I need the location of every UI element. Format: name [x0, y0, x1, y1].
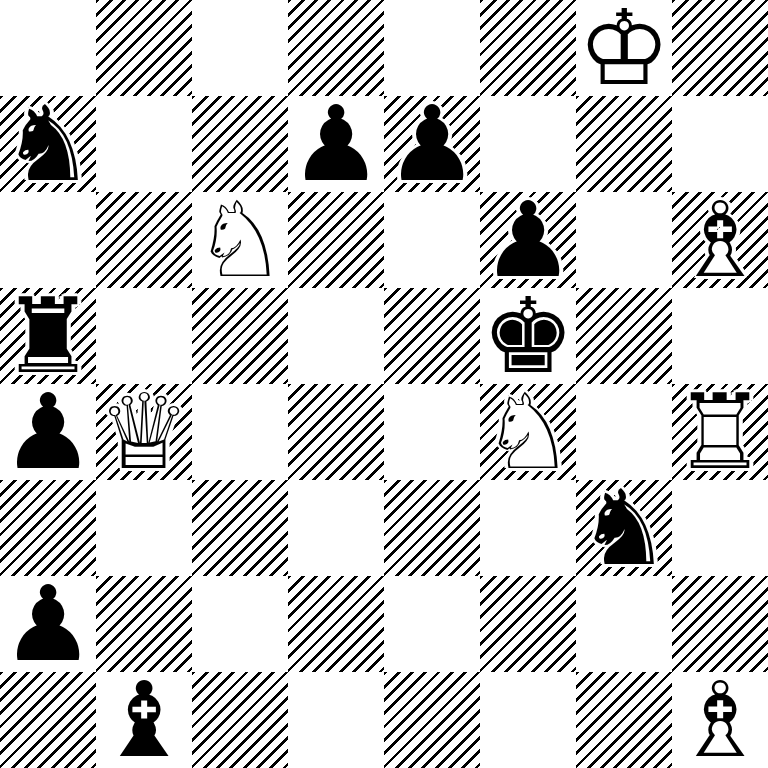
- white-king-halo: ♚: [576, 0, 672, 96]
- square-d3[interactable]: [288, 480, 384, 576]
- square-c6[interactable]: ♞♘: [192, 192, 288, 288]
- square-e7[interactable]: ♟♟: [384, 96, 480, 192]
- square-e1[interactable]: [384, 672, 480, 768]
- square-f7[interactable]: [480, 96, 576, 192]
- black-knight-icon: ♞: [0, 96, 96, 192]
- black-pawn-halo: ♟: [288, 96, 384, 192]
- square-f4[interactable]: ♞♘: [480, 384, 576, 480]
- black-pawn-icon: ♟: [0, 384, 96, 480]
- square-c5[interactable]: [192, 288, 288, 384]
- black-pawn-halo: ♟: [0, 576, 96, 672]
- black-pawn-icon: ♟: [384, 96, 480, 192]
- black-pawn-icon: ♟: [288, 96, 384, 192]
- white-bishop-halo: ♝: [672, 192, 768, 288]
- black-bishop-halo: ♝: [96, 672, 192, 768]
- black-knight-halo: ♞: [0, 96, 96, 192]
- square-a7[interactable]: ♞♞: [0, 96, 96, 192]
- square-g5[interactable]: [576, 288, 672, 384]
- square-c1[interactable]: [192, 672, 288, 768]
- square-f1[interactable]: [480, 672, 576, 768]
- square-c4[interactable]: [192, 384, 288, 480]
- black-knight-halo: ♞: [576, 480, 672, 576]
- square-c8[interactable]: [192, 0, 288, 96]
- square-h4[interactable]: ♜♖: [672, 384, 768, 480]
- square-b5[interactable]: [96, 288, 192, 384]
- black-king-halo: ♚: [480, 288, 576, 384]
- square-d7[interactable]: ♟♟: [288, 96, 384, 192]
- square-h1[interactable]: ♝♗: [672, 672, 768, 768]
- square-e3[interactable]: [384, 480, 480, 576]
- square-e6[interactable]: [384, 192, 480, 288]
- black-bishop-icon: ♝: [96, 672, 192, 768]
- square-f8[interactable]: [480, 0, 576, 96]
- square-c2[interactable]: [192, 576, 288, 672]
- square-f2[interactable]: [480, 576, 576, 672]
- white-knight-icon: ♘: [480, 384, 576, 480]
- white-knight-icon: ♘: [192, 192, 288, 288]
- white-knight-halo: ♞: [192, 192, 288, 288]
- black-rook-icon: ♜: [0, 288, 96, 384]
- square-a8[interactable]: [0, 0, 96, 96]
- square-c3[interactable]: [192, 480, 288, 576]
- black-pawn-icon: ♟: [480, 192, 576, 288]
- square-a4[interactable]: ♟♟: [0, 384, 96, 480]
- square-h5[interactable]: [672, 288, 768, 384]
- square-d6[interactable]: [288, 192, 384, 288]
- black-pawn-icon: ♟: [0, 576, 96, 672]
- square-g7[interactable]: [576, 96, 672, 192]
- square-e2[interactable]: [384, 576, 480, 672]
- white-bishop-icon: ♗: [672, 192, 768, 288]
- black-pawn-halo: ♟: [0, 384, 96, 480]
- square-h8[interactable]: [672, 0, 768, 96]
- white-knight-halo: ♞: [480, 384, 576, 480]
- white-rook-icon: ♖: [672, 384, 768, 480]
- square-a3[interactable]: [0, 480, 96, 576]
- square-h3[interactable]: [672, 480, 768, 576]
- square-g8[interactable]: ♚♔: [576, 0, 672, 96]
- square-d4[interactable]: [288, 384, 384, 480]
- square-f5[interactable]: ♚♚: [480, 288, 576, 384]
- square-e4[interactable]: [384, 384, 480, 480]
- square-a1[interactable]: [0, 672, 96, 768]
- square-b8[interactable]: [96, 0, 192, 96]
- square-b4[interactable]: ♛♕: [96, 384, 192, 480]
- square-e5[interactable]: [384, 288, 480, 384]
- white-king-icon: ♔: [576, 0, 672, 96]
- square-a2[interactable]: ♟♟: [0, 576, 96, 672]
- square-g2[interactable]: [576, 576, 672, 672]
- square-g3[interactable]: ♞♞: [576, 480, 672, 576]
- square-g4[interactable]: [576, 384, 672, 480]
- white-queen-icon: ♕: [96, 384, 192, 480]
- square-b3[interactable]: [96, 480, 192, 576]
- square-h2[interactable]: [672, 576, 768, 672]
- black-pawn-halo: ♟: [384, 96, 480, 192]
- square-d2[interactable]: [288, 576, 384, 672]
- square-a6[interactable]: [0, 192, 96, 288]
- square-g1[interactable]: [576, 672, 672, 768]
- square-b1[interactable]: ♝♝: [96, 672, 192, 768]
- square-f6[interactable]: ♟♟: [480, 192, 576, 288]
- square-d1[interactable]: [288, 672, 384, 768]
- square-g6[interactable]: [576, 192, 672, 288]
- white-rook-halo: ♜: [672, 384, 768, 480]
- white-queen-halo: ♛: [96, 384, 192, 480]
- black-pawn-halo: ♟: [480, 192, 576, 288]
- white-bishop-halo: ♝: [672, 672, 768, 768]
- square-h6[interactable]: ♝♗: [672, 192, 768, 288]
- white-bishop-icon: ♗: [672, 672, 768, 768]
- square-d5[interactable]: [288, 288, 384, 384]
- square-h7[interactable]: [672, 96, 768, 192]
- black-knight-icon: ♞: [576, 480, 672, 576]
- square-b6[interactable]: [96, 192, 192, 288]
- square-a5[interactable]: ♜♜: [0, 288, 96, 384]
- square-f3[interactable]: [480, 480, 576, 576]
- square-b2[interactable]: [96, 576, 192, 672]
- square-b7[interactable]: [96, 96, 192, 192]
- chess-board: ♚♔♞♞♟♟♟♟♞♘♟♟♝♗♜♜♚♚♟♟♛♕♞♘♜♖♞♞♟♟♝♝♝♗: [0, 0, 768, 768]
- square-c7[interactable]: [192, 96, 288, 192]
- square-e8[interactable]: [384, 0, 480, 96]
- square-d8[interactable]: [288, 0, 384, 96]
- black-rook-halo: ♜: [0, 288, 96, 384]
- black-king-icon: ♚: [480, 288, 576, 384]
